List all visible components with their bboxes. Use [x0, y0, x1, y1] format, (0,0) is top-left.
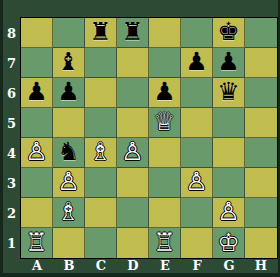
square-b1[interactable] — [53, 228, 85, 258]
square-h4[interactable] — [245, 138, 277, 168]
black-bishop[interactable]: ♝ — [57, 49, 79, 74]
square-d5[interactable] — [117, 108, 149, 138]
square-g2[interactable]: ♙ — [213, 198, 245, 228]
white-queen[interactable]: ♕ — [153, 109, 175, 134]
square-d1[interactable] — [117, 228, 149, 258]
square-f8[interactable] — [181, 18, 213, 48]
rank-label-3: 3 — [3, 168, 20, 198]
square-e2[interactable] — [149, 198, 181, 228]
square-e5[interactable]: ♕ — [149, 108, 181, 138]
window-edge-bottom — [0, 273, 280, 277]
white-king[interactable]: ♔ — [217, 230, 239, 255]
white-pawn[interactable]: ♙ — [121, 139, 143, 164]
square-a1[interactable]: ♖ — [21, 228, 53, 258]
square-f3[interactable]: ♙ — [181, 168, 213, 198]
file-label-b: B — [53, 258, 85, 273]
square-h8[interactable] — [245, 18, 277, 48]
rank-label-7: 7 — [3, 48, 20, 78]
black-pawn[interactable]: ♟ — [217, 49, 239, 74]
square-c3[interactable] — [85, 168, 117, 198]
square-a4[interactable]: ♙ — [21, 138, 53, 168]
square-h6[interactable] — [245, 78, 277, 108]
square-h5[interactable] — [245, 108, 277, 138]
square-h1[interactable] — [245, 228, 277, 258]
rank-label-2: 2 — [3, 198, 20, 228]
square-d4[interactable]: ♙ — [117, 138, 149, 168]
square-a3[interactable] — [21, 168, 53, 198]
square-g7[interactable]: ♟ — [213, 48, 245, 78]
black-rook[interactable]: ♜ — [89, 19, 111, 44]
square-c8[interactable]: ♜ — [85, 18, 117, 48]
black-pawn[interactable]: ♟ — [57, 79, 79, 104]
rank-label-4: 4 — [3, 138, 20, 168]
file-label-a: A — [21, 258, 53, 273]
chess-board: ♜♜♚♝♟♟♟♟♟♛♕♙♞♗♙♙♙♗♙♖♖♔ — [20, 17, 278, 259]
square-a8[interactable] — [21, 18, 53, 48]
square-b2[interactable]: ♗ — [53, 198, 85, 228]
black-pawn[interactable]: ♟ — [185, 49, 207, 74]
square-g3[interactable] — [213, 168, 245, 198]
square-b3[interactable]: ♙ — [53, 168, 85, 198]
rank-label-1: 1 — [3, 228, 20, 258]
black-knight[interactable]: ♞ — [57, 139, 79, 164]
square-g4[interactable] — [213, 138, 245, 168]
square-f6[interactable] — [181, 78, 213, 108]
square-g5[interactable] — [213, 108, 245, 138]
black-king[interactable]: ♚ — [217, 19, 239, 44]
white-pawn[interactable]: ♙ — [185, 169, 207, 194]
square-c2[interactable] — [85, 198, 117, 228]
black-pawn[interactable]: ♟ — [25, 79, 47, 104]
square-g1[interactable]: ♔ — [213, 228, 245, 258]
square-b8[interactable] — [53, 18, 85, 48]
white-pawn[interactable]: ♙ — [217, 199, 239, 224]
square-d6[interactable] — [117, 78, 149, 108]
square-d3[interactable] — [117, 168, 149, 198]
file-label-c: C — [85, 258, 117, 273]
square-g8[interactable]: ♚ — [213, 18, 245, 48]
square-h3[interactable] — [245, 168, 277, 198]
square-e1[interactable]: ♖ — [149, 228, 181, 258]
file-labels: ABCDEFGH — [21, 258, 277, 273]
file-label-e: E — [149, 258, 181, 273]
file-label-g: G — [213, 258, 245, 273]
black-rook[interactable]: ♜ — [121, 19, 143, 44]
white-rook[interactable]: ♖ — [25, 230, 47, 255]
rank-label-6: 6 — [3, 78, 20, 108]
file-label-f: F — [181, 258, 213, 273]
white-bishop[interactable]: ♗ — [89, 139, 111, 164]
square-e6[interactable]: ♟ — [149, 78, 181, 108]
square-f7[interactable]: ♟ — [181, 48, 213, 78]
square-e4[interactable] — [149, 138, 181, 168]
square-c7[interactable] — [85, 48, 117, 78]
square-b7[interactable]: ♝ — [53, 48, 85, 78]
square-e3[interactable] — [149, 168, 181, 198]
rank-label-8: 8 — [3, 18, 20, 48]
square-d8[interactable]: ♜ — [117, 18, 149, 48]
square-d7[interactable] — [117, 48, 149, 78]
white-pawn[interactable]: ♙ — [25, 139, 47, 164]
chess-app-window: 87654321 ♜♜♚♝♟♟♟♟♟♛♕♙♞♗♙♙♙♗♙♖♖♔ ABCDEFGH — [0, 0, 280, 277]
square-f4[interactable] — [181, 138, 213, 168]
black-pawn[interactable]: ♟ — [153, 79, 175, 104]
square-b6[interactable]: ♟ — [53, 78, 85, 108]
black-queen[interactable]: ♛ — [217, 79, 239, 104]
square-c1[interactable] — [85, 228, 117, 258]
white-rook[interactable]: ♖ — [153, 230, 175, 255]
square-b4[interactable]: ♞ — [53, 138, 85, 168]
square-c5[interactable] — [85, 108, 117, 138]
square-f2[interactable] — [181, 198, 213, 228]
square-g6[interactable]: ♛ — [213, 78, 245, 108]
rank-labels: 87654321 — [3, 18, 20, 258]
white-pawn[interactable]: ♙ — [57, 169, 79, 194]
square-a5[interactable] — [21, 108, 53, 138]
file-label-d: D — [117, 258, 149, 273]
square-a6[interactable]: ♟ — [21, 78, 53, 108]
window-edge-right — [278, 0, 280, 277]
square-f5[interactable] — [181, 108, 213, 138]
square-f1[interactable] — [181, 228, 213, 258]
rank-label-5: 5 — [3, 108, 20, 138]
square-h7[interactable] — [245, 48, 277, 78]
file-label-h: H — [245, 258, 277, 273]
white-bishop[interactable]: ♗ — [57, 199, 79, 224]
square-c6[interactable] — [85, 78, 117, 108]
square-c4[interactable]: ♗ — [85, 138, 117, 168]
square-b5[interactable] — [53, 108, 85, 138]
square-a2[interactable] — [21, 198, 53, 228]
square-e8[interactable] — [149, 18, 181, 48]
square-a7[interactable] — [21, 48, 53, 78]
square-h2[interactable] — [245, 198, 277, 228]
square-e7[interactable] — [149, 48, 181, 78]
square-d2[interactable] — [117, 198, 149, 228]
